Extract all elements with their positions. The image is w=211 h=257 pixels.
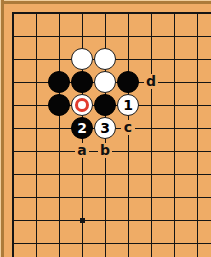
red-circle-mark bbox=[75, 98, 89, 112]
stone-white bbox=[94, 48, 116, 70]
point-label-c: c bbox=[121, 120, 135, 135]
point-label-b: b bbox=[98, 143, 112, 158]
grid-line-horizontal bbox=[12, 243, 211, 244]
grid-line-horizontal bbox=[12, 197, 211, 198]
point-label-d: d bbox=[144, 74, 158, 89]
stone-white bbox=[71, 48, 93, 70]
star-point bbox=[80, 218, 85, 223]
grid-line-horizontal bbox=[12, 12, 211, 14]
board-frame-left bbox=[0, 0, 4, 257]
stone-black bbox=[117, 71, 139, 93]
stone-white-3: 3 bbox=[94, 117, 116, 139]
stone-black bbox=[71, 71, 93, 93]
stone-black bbox=[48, 71, 70, 93]
stone-black bbox=[48, 94, 70, 116]
stone-number: 3 bbox=[100, 121, 110, 135]
stone-black bbox=[94, 94, 116, 116]
stone-black-2: 2 bbox=[71, 117, 93, 139]
grid-line-horizontal bbox=[12, 174, 211, 175]
grid-line-horizontal bbox=[12, 220, 211, 221]
grid-line-horizontal bbox=[12, 36, 211, 37]
stone-number: 2 bbox=[77, 121, 87, 135]
stone-number: 1 bbox=[123, 98, 133, 112]
stone-white bbox=[94, 71, 116, 93]
board-frame-top bbox=[0, 0, 211, 4]
stone-white-1: 1 bbox=[117, 94, 139, 116]
go-diagram: dcab123 bbox=[0, 0, 211, 257]
point-label-a: a bbox=[75, 143, 89, 158]
stone-white bbox=[71, 94, 93, 116]
